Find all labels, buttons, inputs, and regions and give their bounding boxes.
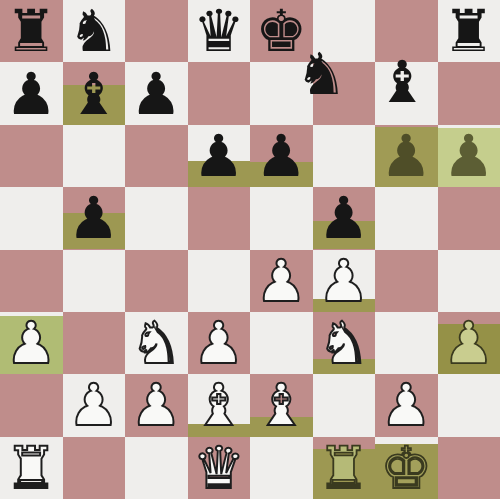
square-c2[interactable]: ♟ <box>125 374 188 436</box>
square-h7[interactable] <box>438 62 500 124</box>
square-a8[interactable]: ♜ <box>0 0 63 62</box>
square-a7[interactable]: ♟ <box>0 62 63 124</box>
piece-white-knight-c3[interactable]: ♞ <box>125 312 188 374</box>
square-g2[interactable]: ♟ <box>375 374 438 436</box>
square-g5[interactable] <box>375 187 438 249</box>
square-e2[interactable]: ♝ <box>250 374 313 436</box>
piece-white-king-g1[interactable]: ♚ <box>375 437 438 499</box>
piece-black-rook-a8[interactable]: ♜ <box>0 0 63 62</box>
piece-black-pawn-f5[interactable]: ♟ <box>313 187 376 249</box>
piece-white-pawn-f4[interactable]: ♟ <box>313 250 376 312</box>
square-f5[interactable]: ♟ <box>313 187 376 249</box>
piece-white-knight-f3[interactable]: ♞ <box>313 312 376 374</box>
piece-white-bishop-e2[interactable]: ♝ <box>250 374 313 436</box>
chess-app-window: ♜♞♛♚♜♟♝♟♞♝♟♟♟♟♟♟♟♟♟♞♟♞♟♟♟♝♝♟♜♛♜♚ <box>0 0 500 499</box>
square-d6[interactable]: ♟ <box>188 125 251 187</box>
square-h8[interactable]: ♜ <box>438 0 500 62</box>
square-h4[interactable] <box>438 250 500 312</box>
square-g6[interactable]: ♟ <box>375 125 438 187</box>
piece-white-pawn-d3[interactable]: ♟ <box>188 312 251 374</box>
square-g4[interactable] <box>375 250 438 312</box>
piece-white-pawn-g2[interactable]: ♟ <box>375 374 438 436</box>
square-h2[interactable] <box>438 374 500 436</box>
square-c7[interactable]: ♟ <box>125 62 188 124</box>
square-b7[interactable]: ♝ <box>63 62 126 124</box>
square-h1[interactable] <box>438 437 500 499</box>
square-b1[interactable] <box>63 437 126 499</box>
square-b4[interactable] <box>63 250 126 312</box>
square-c1[interactable] <box>125 437 188 499</box>
piece-black-queen-d8[interactable]: ♛ <box>188 0 251 62</box>
piece-black-pawn-h6[interactable]: ♟ <box>438 125 500 187</box>
square-b8[interactable]: ♞ <box>63 0 126 62</box>
square-b2[interactable]: ♟ <box>63 374 126 436</box>
square-e1[interactable] <box>250 437 313 499</box>
piece-white-pawn-b2[interactable]: ♟ <box>63 374 126 436</box>
square-d3[interactable]: ♟ <box>188 312 251 374</box>
square-b3[interactable] <box>63 312 126 374</box>
piece-black-knight-b8[interactable]: ♞ <box>63 0 126 62</box>
square-c6[interactable] <box>125 125 188 187</box>
square-a4[interactable] <box>0 250 63 312</box>
square-f3[interactable]: ♞ <box>313 312 376 374</box>
square-a6[interactable] <box>0 125 63 187</box>
square-a3[interactable]: ♟ <box>0 312 63 374</box>
square-e7[interactable]: ♞ <box>250 62 313 124</box>
square-a5[interactable] <box>0 187 63 249</box>
piece-white-rook-f1[interactable]: ♜ <box>313 437 376 499</box>
square-g3[interactable] <box>375 312 438 374</box>
chess-board: ♜♞♛♚♜♟♝♟♞♝♟♟♟♟♟♟♟♟♟♞♟♞♟♟♟♝♝♟♜♛♜♚ <box>0 0 500 499</box>
square-e6[interactable]: ♟ <box>250 125 313 187</box>
square-c8[interactable] <box>125 0 188 62</box>
piece-black-rook-h8[interactable]: ♜ <box>438 0 500 62</box>
square-d8[interactable]: ♛ <box>188 0 251 62</box>
square-c5[interactable] <box>125 187 188 249</box>
square-d4[interactable] <box>188 250 251 312</box>
square-d5[interactable] <box>188 187 251 249</box>
piece-black-bishop-b7[interactable]: ♝ <box>63 62 126 124</box>
piece-white-pawn-h3[interactable]: ♟ <box>438 312 500 374</box>
square-a2[interactable] <box>0 374 63 436</box>
piece-white-queen-d1[interactable]: ♛ <box>188 437 251 499</box>
square-b5[interactable]: ♟ <box>63 187 126 249</box>
square-d7[interactable] <box>188 62 251 124</box>
piece-black-bishop-g7[interactable]: ♝ <box>371 50 434 112</box>
square-d1[interactable]: ♛ <box>188 437 251 499</box>
square-a1[interactable]: ♜ <box>0 437 63 499</box>
square-f6[interactable] <box>313 125 376 187</box>
piece-black-pawn-e6[interactable]: ♟ <box>250 125 313 187</box>
square-f4[interactable]: ♟ <box>313 250 376 312</box>
square-h6[interactable]: ♟ <box>438 125 500 187</box>
piece-black-pawn-b5[interactable]: ♟ <box>63 187 126 249</box>
square-f1[interactable]: ♜ <box>313 437 376 499</box>
square-e5[interactable] <box>250 187 313 249</box>
piece-white-rook-a1[interactable]: ♜ <box>0 437 63 499</box>
square-e3[interactable] <box>250 312 313 374</box>
piece-white-pawn-e4[interactable]: ♟ <box>250 250 313 312</box>
piece-white-bishop-d2[interactable]: ♝ <box>188 374 251 436</box>
piece-white-pawn-a3[interactable]: ♟ <box>0 312 63 374</box>
piece-black-pawn-g6[interactable]: ♟ <box>375 125 438 187</box>
piece-white-pawn-c2[interactable]: ♟ <box>125 374 188 436</box>
piece-black-pawn-c7[interactable]: ♟ <box>125 62 188 124</box>
square-c4[interactable] <box>125 250 188 312</box>
piece-black-pawn-d6[interactable]: ♟ <box>188 125 251 187</box>
piece-black-knight-e7[interactable]: ♞ <box>290 42 353 104</box>
square-h5[interactable] <box>438 187 500 249</box>
square-d2[interactable]: ♝ <box>188 374 251 436</box>
square-h3[interactable]: ♟ <box>438 312 500 374</box>
piece-black-pawn-a7[interactable]: ♟ <box>0 62 63 124</box>
square-b6[interactable] <box>63 125 126 187</box>
square-g7[interactable]: ♝ <box>375 62 438 124</box>
square-g1[interactable]: ♚ <box>375 437 438 499</box>
square-e4[interactable]: ♟ <box>250 250 313 312</box>
square-f2[interactable] <box>313 374 376 436</box>
square-c3[interactable]: ♞ <box>125 312 188 374</box>
